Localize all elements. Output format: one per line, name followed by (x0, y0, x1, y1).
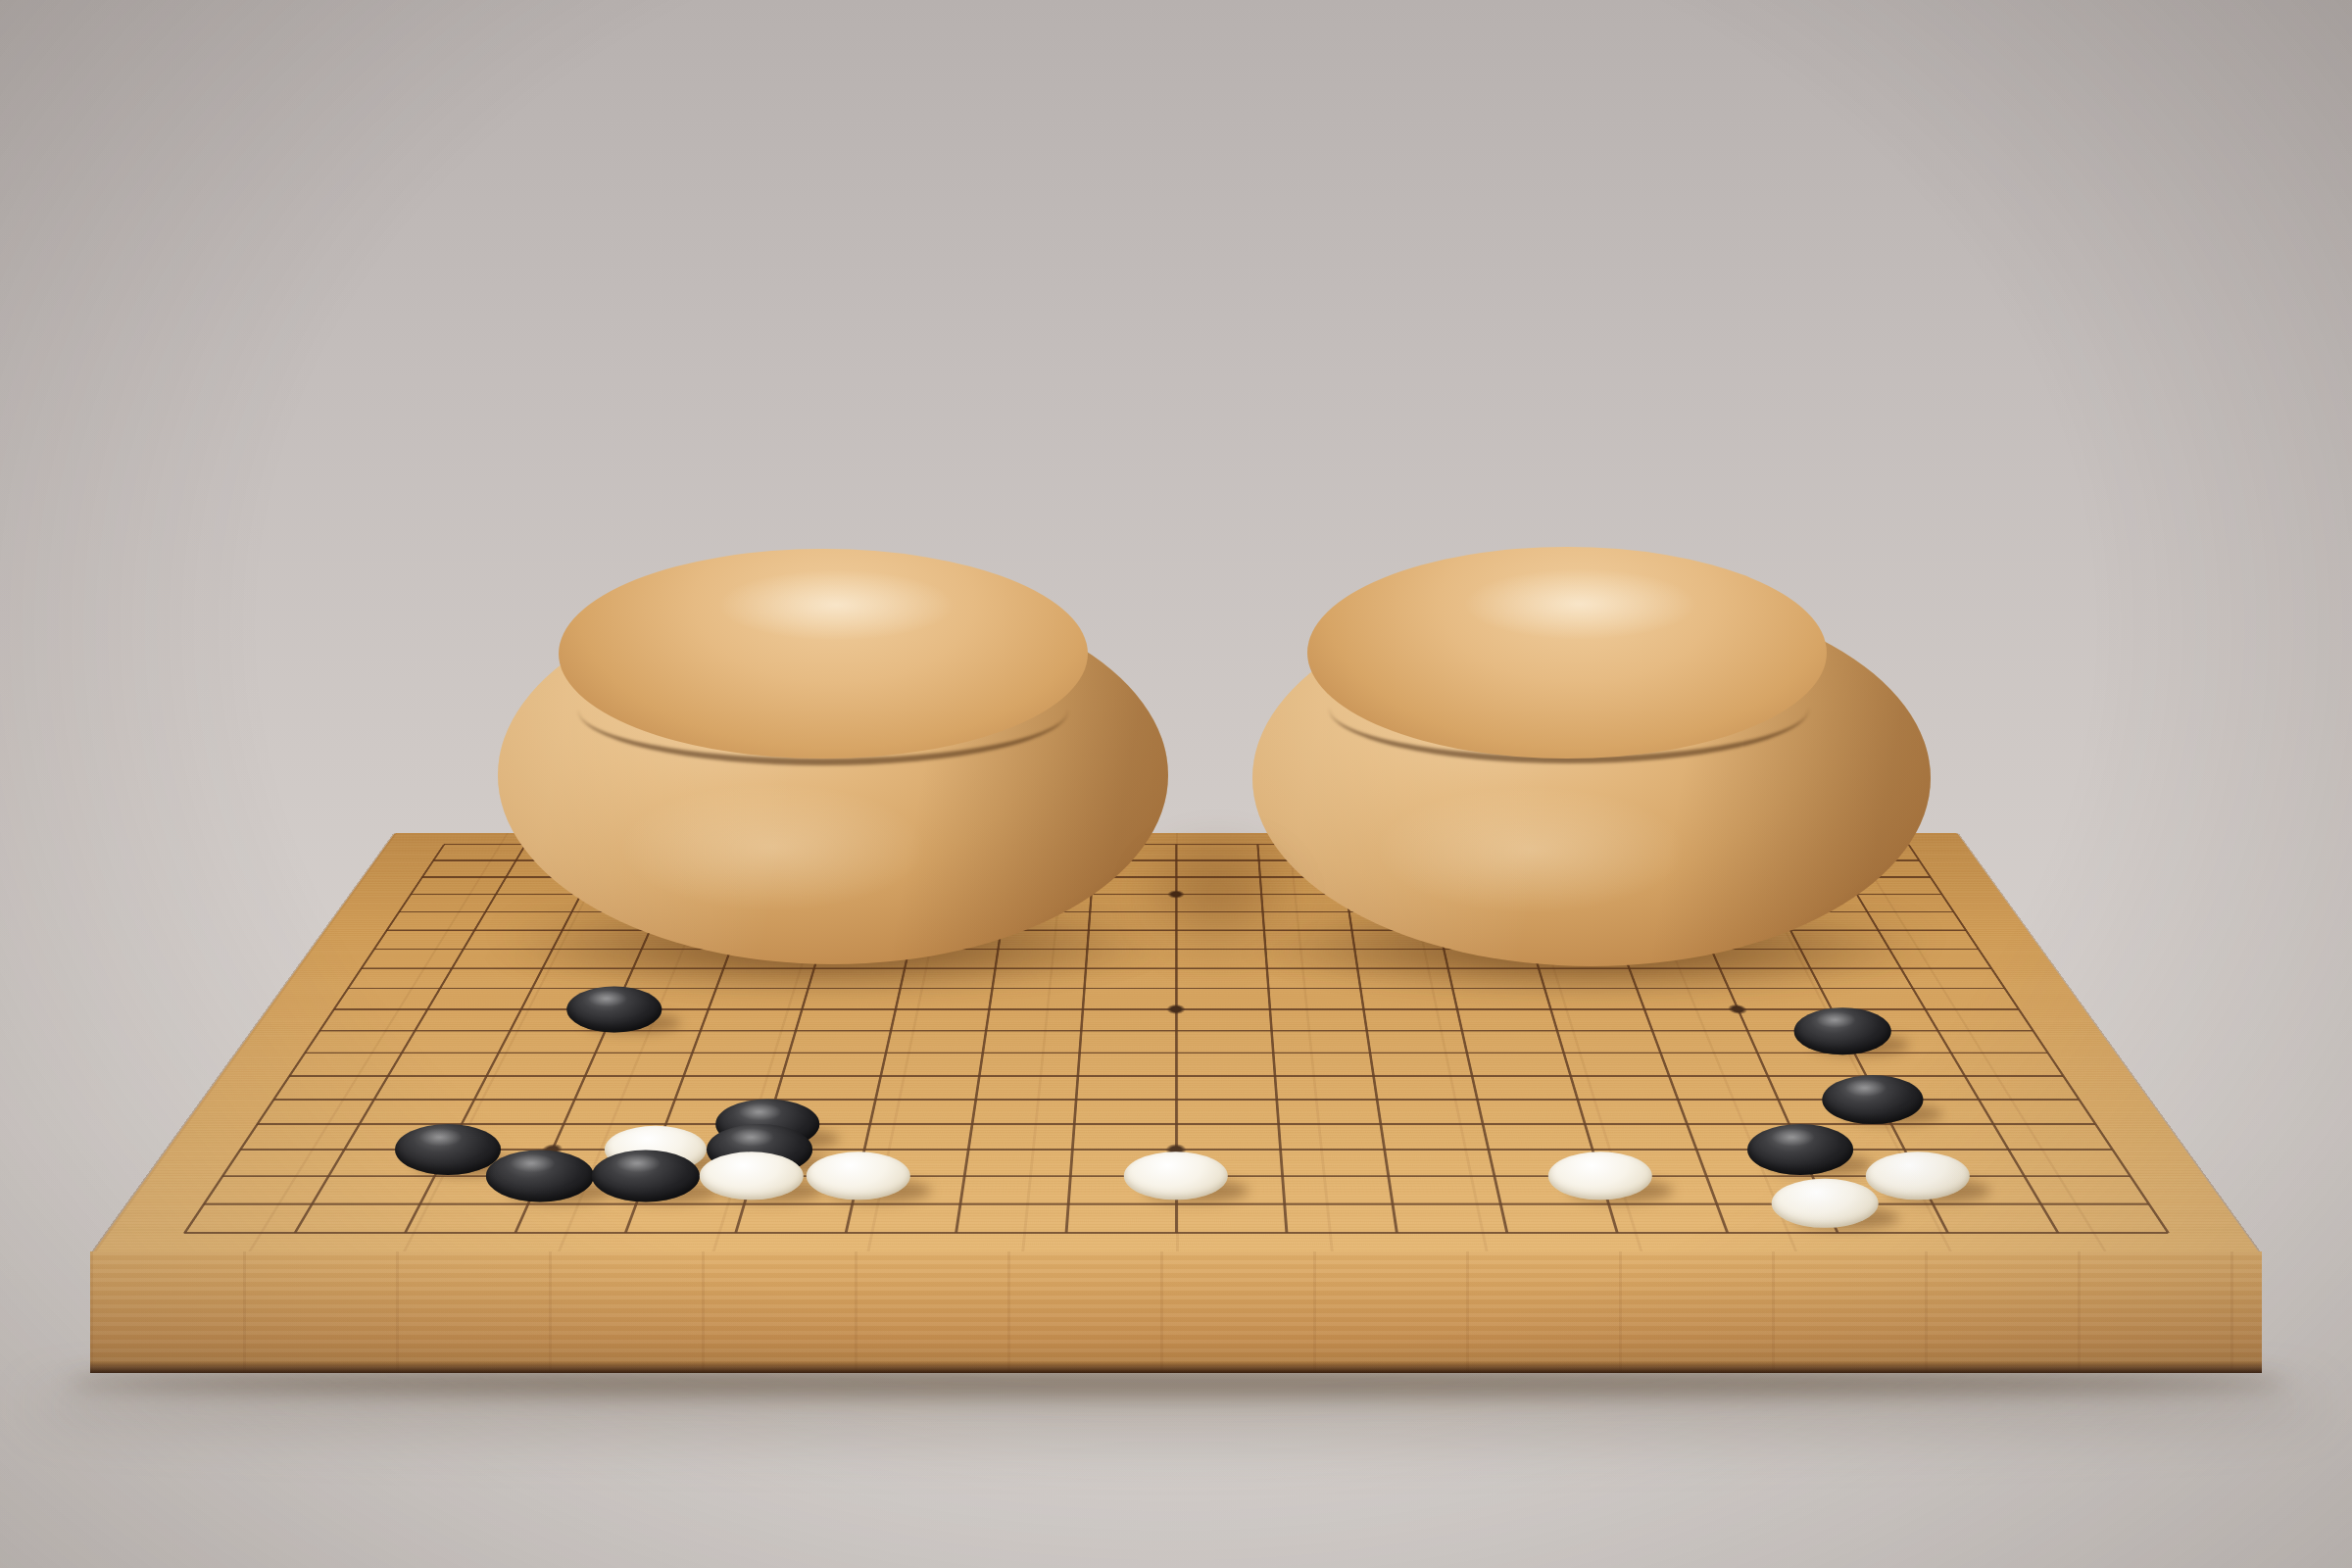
stone-body (566, 986, 661, 1032)
stone-body (592, 1150, 700, 1201)
stone-body (1747, 1124, 1853, 1175)
stone-body (395, 1124, 501, 1175)
stone-body (486, 1150, 594, 1201)
stones-layer (0, 0, 2352, 1568)
stone-body (1794, 1007, 1891, 1054)
stone-body (1822, 1075, 1923, 1124)
stone-body (1772, 1179, 1879, 1228)
go-photo-scene (0, 0, 2352, 1568)
